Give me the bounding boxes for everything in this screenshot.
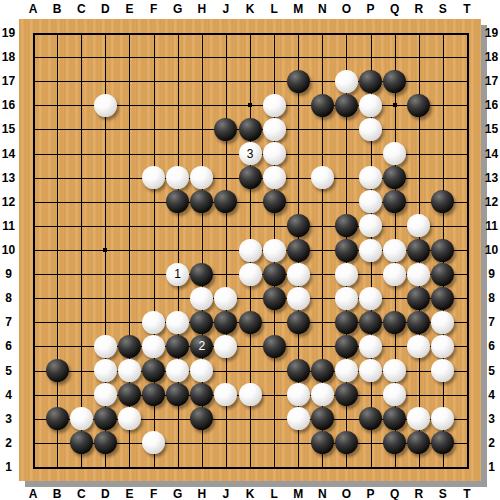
- white-stone-R3: [407, 407, 430, 430]
- left-row-label-10: 10: [0, 243, 17, 257]
- left-row-label-2: 2: [0, 436, 17, 450]
- move-number-label: 3: [247, 148, 254, 160]
- top-column-label-T: T: [457, 2, 477, 16]
- white-stone-G9: 1: [166, 263, 189, 286]
- black-stone-R16: [407, 94, 430, 117]
- top-column-label-R: R: [409, 2, 429, 16]
- white-stone-P13: [359, 166, 382, 189]
- black-stone-N3: [311, 407, 334, 430]
- right-row-label-14: 14: [483, 147, 500, 161]
- black-stone-L12: [263, 190, 286, 213]
- white-stone-K4: [239, 383, 262, 406]
- white-stone-S6: [431, 335, 454, 358]
- top-column-label-A: A: [23, 2, 43, 16]
- bottom-column-label-C: C: [71, 487, 91, 500]
- black-stone-J7: [214, 311, 237, 334]
- grid-line-horizontal: [33, 226, 469, 227]
- black-stone-L8: [263, 287, 286, 310]
- top-column-label-G: G: [168, 2, 188, 16]
- black-stone-Q7: [383, 311, 406, 334]
- top-column-label-E: E: [119, 2, 139, 16]
- white-stone-F2: [142, 431, 165, 454]
- bottom-column-label-D: D: [95, 487, 115, 500]
- black-stone-P3: [359, 407, 382, 430]
- black-stone-H3: [190, 407, 213, 430]
- white-stone-O17: [335, 70, 358, 93]
- black-stone-S2: [431, 431, 454, 454]
- black-stone-O2: [335, 431, 358, 454]
- black-stone-M7: [287, 311, 310, 334]
- white-stone-D4: [94, 383, 117, 406]
- move-number-label: 2: [198, 340, 205, 352]
- white-stone-Q5: [383, 359, 406, 382]
- white-stone-K14: 3: [239, 142, 262, 165]
- black-stone-B3: [46, 407, 69, 430]
- white-stone-Q10: [383, 239, 406, 262]
- white-stone-J4: [214, 383, 237, 406]
- top-column-label-P: P: [361, 2, 381, 16]
- black-stone-E4: [118, 383, 141, 406]
- black-stone-N16: [311, 94, 334, 117]
- right-row-label-4: 4: [483, 388, 500, 402]
- left-row-label-1: 1: [0, 460, 17, 474]
- white-stone-P8: [359, 287, 382, 310]
- right-row-label-10: 10: [483, 243, 500, 257]
- grid-line-vertical: [57, 33, 58, 469]
- black-stone-K7: [239, 311, 262, 334]
- black-stone-H6: 2: [190, 335, 213, 358]
- white-stone-P16: [359, 94, 382, 117]
- black-stone-G4: [166, 383, 189, 406]
- top-column-label-K: K: [240, 2, 260, 16]
- top-column-label-N: N: [312, 2, 332, 16]
- grid-line-vertical: [467, 33, 469, 469]
- white-stone-J6: [214, 335, 237, 358]
- black-stone-F5: [142, 359, 165, 382]
- bottom-column-label-G: G: [168, 487, 188, 500]
- white-stone-L13: [263, 166, 286, 189]
- bottom-column-label-F: F: [144, 487, 164, 500]
- black-stone-L6: [263, 335, 286, 358]
- white-stone-P15: [359, 118, 382, 141]
- white-stone-K10: [239, 239, 262, 262]
- bottom-column-label-R: R: [409, 487, 429, 500]
- star-point: [248, 103, 252, 107]
- black-stone-O7: [335, 311, 358, 334]
- white-stone-F7: [142, 311, 165, 334]
- white-stone-O9: [335, 263, 358, 286]
- top-column-label-H: H: [192, 2, 212, 16]
- left-row-label-7: 7: [0, 315, 17, 329]
- right-row-label-7: 7: [483, 315, 500, 329]
- left-row-label-4: 4: [0, 388, 17, 402]
- black-stone-R2: [407, 431, 430, 454]
- right-row-label-5: 5: [483, 364, 500, 378]
- move-number-label: 1: [174, 268, 181, 280]
- white-stone-P6: [359, 335, 382, 358]
- top-column-label-B: B: [47, 2, 67, 16]
- top-column-label-J: J: [216, 2, 236, 16]
- white-stone-H8: [190, 287, 213, 310]
- left-row-label-14: 14: [0, 147, 17, 161]
- white-stone-G5: [166, 359, 189, 382]
- white-stone-R6: [407, 335, 430, 358]
- bottom-column-label-L: L: [264, 487, 284, 500]
- black-stone-H9: [190, 263, 213, 286]
- black-stone-S12: [431, 190, 454, 213]
- black-stone-H7: [190, 311, 213, 334]
- right-row-label-6: 6: [483, 339, 500, 353]
- white-stone-G7: [166, 311, 189, 334]
- white-stone-L15: [263, 118, 286, 141]
- top-column-label-D: D: [95, 2, 115, 16]
- top-column-label-S: S: [433, 2, 453, 16]
- grid-line-vertical: [33, 33, 35, 469]
- grid-line-horizontal: [33, 467, 469, 469]
- black-stone-Q17: [383, 70, 406, 93]
- white-stone-S7: [431, 311, 454, 334]
- right-row-label-19: 19: [483, 26, 500, 40]
- white-stone-F13: [142, 166, 165, 189]
- left-row-label-6: 6: [0, 339, 17, 353]
- black-stone-P17: [359, 70, 382, 93]
- white-stone-M4: [287, 383, 310, 406]
- bottom-column-label-P: P: [361, 487, 381, 500]
- white-stone-F6: [142, 335, 165, 358]
- white-stone-O8: [335, 287, 358, 310]
- black-stone-M11: [287, 214, 310, 237]
- black-stone-B5: [46, 359, 69, 382]
- white-stone-D5: [94, 359, 117, 382]
- bottom-column-label-O: O: [336, 487, 356, 500]
- star-point: [393, 103, 397, 107]
- white-stone-D16: [94, 94, 117, 117]
- top-column-label-L: L: [264, 2, 284, 16]
- black-stone-O11: [335, 214, 358, 237]
- black-stone-G6: [166, 335, 189, 358]
- white-stone-P5: [359, 359, 382, 382]
- bottom-column-label-J: J: [216, 487, 236, 500]
- white-stone-D6: [94, 335, 117, 358]
- bottom-column-label-A: A: [23, 487, 43, 500]
- right-row-label-2: 2: [483, 436, 500, 450]
- black-stone-Q12: [383, 190, 406, 213]
- black-stone-E6: [118, 335, 141, 358]
- bottom-column-label-E: E: [119, 487, 139, 500]
- white-stone-Q14: [383, 142, 406, 165]
- right-row-label-17: 17: [483, 74, 500, 88]
- black-stone-M17: [287, 70, 310, 93]
- go-board[interactable]: 312: [19, 19, 481, 481]
- top-column-label-C: C: [71, 2, 91, 16]
- grid-line-horizontal: [33, 57, 469, 58]
- bottom-column-label-M: M: [288, 487, 308, 500]
- white-stone-L14: [263, 142, 286, 165]
- white-stone-Q9: [383, 263, 406, 286]
- black-stone-Q13: [383, 166, 406, 189]
- black-stone-D2: [94, 431, 117, 454]
- white-stone-L16: [263, 94, 286, 117]
- right-row-label-12: 12: [483, 195, 500, 209]
- right-row-label-8: 8: [483, 291, 500, 305]
- right-row-label-1: 1: [483, 460, 500, 474]
- left-row-label-3: 3: [0, 412, 17, 426]
- black-stone-J12: [214, 190, 237, 213]
- black-stone-C2: [70, 431, 93, 454]
- black-stone-N5: [311, 359, 334, 382]
- left-row-label-18: 18: [0, 50, 17, 64]
- grid-line-horizontal: [33, 298, 469, 299]
- left-row-label-9: 9: [0, 267, 17, 281]
- white-stone-Q4: [383, 383, 406, 406]
- white-stone-M8: [287, 287, 310, 310]
- right-row-label-18: 18: [483, 50, 500, 64]
- left-row-label-16: 16: [0, 98, 17, 112]
- black-stone-O16: [335, 94, 358, 117]
- black-stone-F4: [142, 383, 165, 406]
- bottom-column-label-N: N: [312, 487, 332, 500]
- bottom-column-label-K: K: [240, 487, 260, 500]
- white-stone-N13: [311, 166, 334, 189]
- right-row-label-16: 16: [483, 98, 500, 112]
- white-stone-L10: [263, 239, 286, 262]
- white-stone-G13: [166, 166, 189, 189]
- right-row-label-3: 3: [483, 412, 500, 426]
- right-row-label-9: 9: [483, 267, 500, 281]
- go-diagram: 312 AABBCCDDEEFFGGHHJJKKLLMMNNOOPPQQRRSS…: [0, 0, 500, 500]
- white-stone-M9: [287, 263, 310, 286]
- black-stone-R8: [407, 287, 430, 310]
- white-stone-J8: [214, 287, 237, 310]
- bottom-column-label-B: B: [47, 487, 67, 500]
- white-stone-K9: [239, 263, 262, 286]
- top-column-label-M: M: [288, 2, 308, 16]
- white-stone-M3: [287, 407, 310, 430]
- black-stone-J15: [214, 118, 237, 141]
- black-stone-P7: [359, 311, 382, 334]
- right-row-label-13: 13: [483, 171, 500, 185]
- bottom-column-label-H: H: [192, 487, 212, 500]
- left-row-label-19: 19: [0, 26, 17, 40]
- black-stone-K15: [239, 118, 262, 141]
- white-stone-E3: [118, 407, 141, 430]
- white-stone-P11: [359, 214, 382, 237]
- white-stone-R11: [407, 214, 430, 237]
- black-stone-O10: [335, 239, 358, 262]
- left-row-label-12: 12: [0, 195, 17, 209]
- black-stone-Q2: [383, 431, 406, 454]
- black-stone-H4: [190, 383, 213, 406]
- white-stone-H13: [190, 166, 213, 189]
- left-row-label-17: 17: [0, 74, 17, 88]
- top-column-label-F: F: [144, 2, 164, 16]
- black-stone-G12: [166, 190, 189, 213]
- left-row-label-8: 8: [0, 291, 17, 305]
- bottom-column-label-S: S: [433, 487, 453, 500]
- white-stone-S5: [431, 359, 454, 382]
- black-stone-R7: [407, 311, 430, 334]
- right-row-label-11: 11: [483, 219, 500, 233]
- star-point: [103, 248, 107, 252]
- black-stone-Q3: [383, 407, 406, 430]
- white-stone-R9: [407, 263, 430, 286]
- left-row-label-15: 15: [0, 122, 17, 136]
- black-stone-O6: [335, 335, 358, 358]
- white-stone-P12: [359, 190, 382, 213]
- white-stone-C3: [70, 407, 93, 430]
- black-stone-L9: [263, 263, 286, 286]
- black-stone-S10: [431, 239, 454, 262]
- white-stone-H5: [190, 359, 213, 382]
- right-row-label-15: 15: [483, 122, 500, 136]
- black-stone-S8: [431, 287, 454, 310]
- black-stone-N2: [311, 431, 334, 454]
- left-row-label-13: 13: [0, 171, 17, 185]
- top-column-label-O: O: [336, 2, 356, 16]
- white-stone-E5: [118, 359, 141, 382]
- black-stone-H12: [190, 190, 213, 213]
- black-stone-M5: [287, 359, 310, 382]
- grid-line-vertical: [81, 33, 82, 469]
- left-row-label-11: 11: [0, 219, 17, 233]
- grid-line-horizontal: [33, 33, 469, 35]
- black-stone-K13: [239, 166, 262, 189]
- black-stone-S9: [431, 263, 454, 286]
- black-stone-R10: [407, 239, 430, 262]
- white-stone-P10: [359, 239, 382, 262]
- white-stone-O5: [335, 359, 358, 382]
- left-row-label-5: 5: [0, 364, 17, 378]
- bottom-column-label-Q: Q: [385, 487, 405, 500]
- black-stone-O4: [335, 383, 358, 406]
- top-column-label-Q: Q: [385, 2, 405, 16]
- black-stone-D3: [94, 407, 117, 430]
- white-stone-S3: [431, 407, 454, 430]
- bottom-column-label-T: T: [457, 487, 477, 500]
- black-stone-M10: [287, 239, 310, 262]
- white-stone-N4: [311, 383, 334, 406]
